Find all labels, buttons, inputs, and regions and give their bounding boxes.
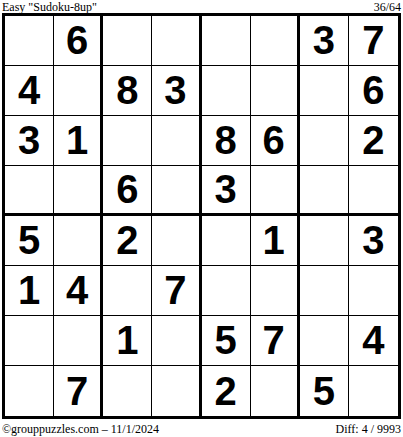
cell-r7c1-empty[interactable] — [5, 316, 54, 366]
cell-r4c1-empty[interactable] — [5, 166, 54, 216]
cell-r2c6-empty[interactable] — [251, 66, 300, 116]
cell-r2c3-given: 8 — [103, 66, 152, 116]
cell-r3c7-empty[interactable] — [300, 116, 349, 166]
cell-r2c8-given: 6 — [349, 66, 398, 116]
cell-r7c2-empty[interactable] — [54, 316, 103, 366]
cell-r6c2-given: 4 — [54, 266, 103, 316]
cell-r5c6-given: 1 — [251, 216, 300, 266]
cell-r4c6-empty[interactable] — [251, 166, 300, 216]
cell-r6c3-empty[interactable] — [103, 266, 152, 316]
cell-r8c8-empty[interactable] — [349, 366, 398, 416]
cell-r2c2-empty[interactable] — [54, 66, 103, 116]
cell-r5c8-given: 3 — [349, 216, 398, 266]
cell-r4c7-empty[interactable] — [300, 166, 349, 216]
cell-r3c1-given: 3 — [5, 116, 54, 166]
cell-r6c8-empty[interactable] — [349, 266, 398, 316]
cell-r5c5-empty[interactable] — [202, 216, 251, 266]
cell-r1c6-empty[interactable] — [251, 16, 300, 66]
copyright-text: ©grouppuzzles.com – 11/1/2024 — [2, 423, 159, 436]
cell-r8c2-given: 7 — [54, 366, 103, 416]
cell-r8c4-empty[interactable] — [152, 366, 201, 416]
cell-r4c2-empty[interactable] — [54, 166, 103, 216]
cell-r5c2-empty[interactable] — [54, 216, 103, 266]
cell-r7c3-given: 1 — [103, 316, 152, 366]
difficulty-text: Diff: 4 / 9993 — [336, 423, 401, 436]
cell-r3c8-given: 2 — [349, 116, 398, 166]
cell-r8c3-empty[interactable] — [103, 366, 152, 416]
cell-r7c7-empty[interactable] — [300, 316, 349, 366]
cell-r1c3-empty[interactable] — [103, 16, 152, 66]
cell-r2c5-empty[interactable] — [202, 66, 251, 116]
cell-r3c6-given: 6 — [251, 116, 300, 166]
cell-r1c1-empty[interactable] — [5, 16, 54, 66]
cell-r3c2-given: 1 — [54, 116, 103, 166]
cell-r5c7-empty[interactable] — [300, 216, 349, 266]
cell-r7c4-empty[interactable] — [152, 316, 201, 366]
cell-r6c4-given: 7 — [152, 266, 201, 316]
cell-r3c5-given: 8 — [202, 116, 251, 166]
cell-r4c5-given: 3 — [202, 166, 251, 216]
cell-r1c2-given: 6 — [54, 16, 103, 66]
cell-r5c3-given: 2 — [103, 216, 152, 266]
cell-r6c5-empty[interactable] — [202, 266, 251, 316]
puzzle-counter: 36/64 — [374, 1, 401, 13]
cell-r3c4-empty[interactable] — [152, 116, 201, 166]
cell-r6c6-empty[interactable] — [251, 266, 300, 316]
sudoku-grid: 6374836318626352131471574725 — [2, 13, 401, 419]
cell-r4c3-given: 6 — [103, 166, 152, 216]
cell-r4c4-empty[interactable] — [152, 166, 201, 216]
cell-r7c8-given: 4 — [349, 316, 398, 366]
cell-r7c6-given: 7 — [251, 316, 300, 366]
cell-r2c7-empty[interactable] — [300, 66, 349, 116]
cell-r8c1-empty[interactable] — [5, 366, 54, 416]
cell-r8c6-empty[interactable] — [251, 366, 300, 416]
cell-r5c1-given: 5 — [5, 216, 54, 266]
cell-r1c5-empty[interactable] — [202, 16, 251, 66]
cell-r5c4-empty[interactable] — [152, 216, 201, 266]
cell-r8c5-given: 2 — [202, 366, 251, 416]
cell-r4c8-empty[interactable] — [349, 166, 398, 216]
cell-r6c1-given: 1 — [5, 266, 54, 316]
cell-r1c4-empty[interactable] — [152, 16, 201, 66]
footer: ©grouppuzzles.com – 11/1/2024 Diff: 4 / … — [0, 423, 403, 436]
cell-r1c7-given: 3 — [300, 16, 349, 66]
cell-r1c8-given: 7 — [349, 16, 398, 66]
cell-r8c7-given: 5 — [300, 366, 349, 416]
cell-r2c4-given: 3 — [152, 66, 201, 116]
cell-r2c1-given: 4 — [5, 66, 54, 116]
puzzle-title: Easy "Sudoku-8up" — [2, 1, 97, 13]
cell-r3c3-empty[interactable] — [103, 116, 152, 166]
cell-r6c7-empty[interactable] — [300, 266, 349, 316]
header: Easy "Sudoku-8up" 36/64 — [0, 0, 403, 13]
cell-r7c5-given: 5 — [202, 316, 251, 366]
